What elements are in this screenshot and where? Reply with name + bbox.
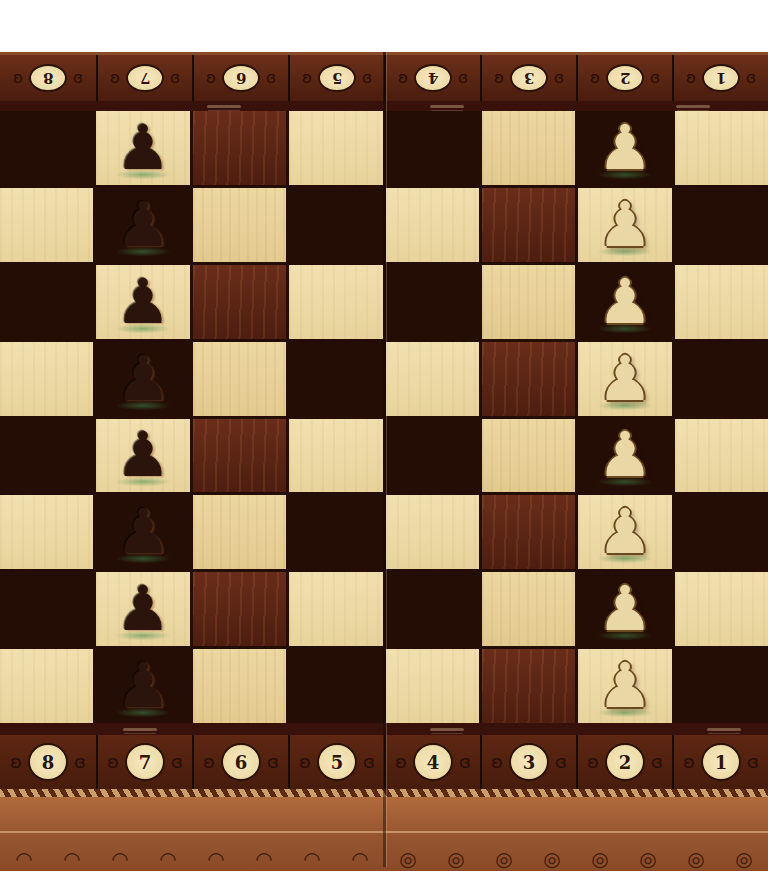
coordinate-digit: 3 (524, 69, 534, 87)
square-c4-r8[interactable] (289, 649, 382, 723)
square-c7-r6[interactable]: ♟ (578, 495, 671, 569)
square-c3-r2[interactable] (193, 188, 286, 262)
coordinate-label: 5 (317, 743, 357, 781)
square-c1-r2[interactable] (0, 188, 93, 262)
square-c1-r3[interactable] (0, 265, 93, 339)
white-pawn[interactable]: ♟ (578, 265, 671, 339)
coordinate-label: 5 (318, 64, 356, 92)
square-c4-r5[interactable] (289, 419, 382, 493)
curl-ornament-icon: ɞ (363, 753, 375, 771)
coordinate-label: 7 (126, 64, 164, 92)
black-pawn[interactable]: ♟ (96, 572, 189, 646)
curl-ornament-icon: ʚ (494, 71, 504, 86)
square-c6-r3[interactable] (482, 265, 575, 339)
square-c1-r8[interactable] (0, 649, 93, 723)
curl-ornament-icon: ɞ (267, 753, 279, 771)
curl-ornament-icon: ʚ (206, 71, 216, 86)
coordinate-label: 4 (413, 743, 453, 781)
square-c5-r2[interactable] (386, 188, 479, 262)
curl-ornament-icon: ʚ (395, 753, 407, 771)
square-c6-r8[interactable] (482, 649, 575, 723)
curl-ornament-icon: ɞ (170, 71, 180, 86)
coordinate-cell-2: ʚ2ɞ (576, 735, 672, 789)
coordinate-label: 4 (414, 64, 452, 92)
square-c2-r7[interactable]: ♟ (96, 572, 189, 646)
coordinate-cell-7: ʚ7ɞ (96, 735, 192, 789)
curl-ornament-icon: ɞ (459, 753, 471, 771)
curl-ornament-icon: ɞ (554, 71, 564, 86)
square-c5-r3[interactable] (386, 265, 479, 339)
black-pawn[interactable]: ♟ (96, 342, 189, 416)
square-c7-r4[interactable]: ♟ (578, 342, 671, 416)
square-c4-r6[interactable] (289, 495, 382, 569)
square-c2-r3[interactable]: ♟ (96, 265, 189, 339)
square-c2-r1[interactable]: ♟ (96, 111, 189, 185)
coordinate-cell-6: ʚ6ɞ (192, 55, 288, 101)
square-c1-r5[interactable] (0, 419, 93, 493)
square-c1-r4[interactable] (0, 342, 93, 416)
square-c4-r1[interactable] (289, 111, 382, 185)
coordinate-cell-8: ʚ8ɞ (0, 55, 96, 101)
curl-ornament-icon: ɞ (362, 71, 372, 86)
coordinate-label: 3 (509, 743, 549, 781)
square-c6-r5[interactable] (482, 419, 575, 493)
white-pawn[interactable]: ♟ (578, 419, 671, 493)
arc-ornament-icon: ◠ (15, 849, 32, 869)
coordinate-digit: 1 (716, 69, 726, 87)
square-c3-r6[interactable] (193, 495, 286, 569)
square-c8-r1[interactable] (675, 111, 768, 185)
coordinate-cell-1: ʚ1ɞ (672, 55, 768, 101)
coordinate-cell-6: ʚ6ɞ (192, 735, 288, 789)
curl-ornament-icon: ɞ (171, 753, 183, 771)
engraved-mark (430, 728, 464, 731)
square-c8-r3[interactable] (675, 265, 768, 339)
black-pawn[interactable]: ♟ (96, 111, 189, 185)
black-pawn[interactable]: ♟ (96, 265, 189, 339)
coordinate-cell-5: ʚ5ɞ (288, 735, 384, 789)
black-pawn[interactable]: ♟ (96, 419, 189, 493)
coordinate-digit: 6 (235, 752, 248, 773)
square-c7-r5[interactable]: ♟ (578, 419, 671, 493)
square-c2-r5[interactable]: ♟ (96, 419, 189, 493)
square-c7-r3[interactable]: ♟ (578, 265, 671, 339)
white-pawn[interactable]: ♟ (578, 649, 671, 723)
coordinate-label: 8 (28, 743, 68, 781)
coordinate-digit: 1 (715, 752, 728, 773)
arc-ornament-icon: ◠ (351, 849, 368, 869)
coordinate-label: 6 (221, 743, 261, 781)
engraved-mark (123, 728, 157, 731)
square-c6-r4[interactable] (482, 342, 575, 416)
square-c7-r7[interactable]: ♟ (578, 572, 671, 646)
spiral-ornament-icon: ◎ (543, 849, 560, 869)
square-c2-r2[interactable]: ♟ (96, 188, 189, 262)
engraved-mark (207, 105, 241, 108)
coordinate-label: 2 (605, 743, 645, 781)
coordinate-digit: 4 (428, 69, 438, 87)
coordinate-digit: 7 (140, 69, 150, 87)
coordinate-cell-2: ʚ2ɞ (576, 55, 672, 101)
square-c3-r8[interactable] (193, 649, 286, 723)
square-c3-r5[interactable] (193, 419, 286, 493)
square-c6-r6[interactable] (482, 495, 575, 569)
engraved-mark (430, 105, 464, 108)
engraved-mark (707, 728, 741, 731)
square-c6-r1[interactable] (482, 111, 575, 185)
curl-ornament-icon: ʚ (13, 71, 23, 86)
square-c4-r3[interactable] (289, 265, 382, 339)
coordinate-digit: 2 (619, 752, 632, 773)
arc-ornament-icon: ◠ (63, 849, 80, 869)
coordinate-cell-4: ʚ4ɞ (384, 735, 480, 789)
square-c7-r2[interactable]: ♟ (578, 188, 671, 262)
square-c7-r8[interactable]: ♟ (578, 649, 671, 723)
curl-ornament-icon: ʚ (299, 753, 311, 771)
square-c2-r4[interactable]: ♟ (96, 342, 189, 416)
white-pawn[interactable]: ♟ (578, 342, 671, 416)
spiral-ornament-icon: ◎ (399, 849, 416, 869)
background-top (0, 0, 768, 52)
square-c6-r2[interactable] (482, 188, 575, 262)
coordinate-cell-3: ʚ3ɞ (480, 735, 576, 789)
square-c5-r1[interactable] (386, 111, 479, 185)
spiral-ornament-icon: ◎ (495, 849, 512, 869)
fold-seam (383, 52, 386, 867)
square-c4-r7[interactable] (289, 572, 382, 646)
black-pawn[interactable]: ♟ (96, 495, 189, 569)
coordinate-cell-7: ʚ7ɞ (96, 55, 192, 101)
square-c1-r6[interactable] (0, 495, 93, 569)
spiral-ornament-icon: ◎ (687, 849, 704, 869)
curl-ornament-icon: ɞ (747, 753, 759, 771)
square-c5-r7[interactable] (386, 572, 479, 646)
spiral-ornament-icon: ◎ (735, 849, 752, 869)
arc-ornament-icon: ◠ (255, 849, 272, 869)
square-c4-r4[interactable] (289, 342, 382, 416)
square-c1-r7[interactable] (0, 572, 93, 646)
square-c8-r8[interactable] (675, 649, 768, 723)
arc-ornament-icon: ◠ (111, 849, 128, 869)
coordinate-cell-1: ʚ1ɞ (672, 735, 768, 789)
background-bottom (0, 871, 768, 879)
curl-ornament-icon: ɞ (746, 71, 756, 86)
curl-ornament-icon: ʚ (683, 753, 695, 771)
spiral-ornament-icon: ◎ (447, 849, 464, 869)
square-c1-r1[interactable] (0, 111, 93, 185)
curl-ornament-icon: ʚ (590, 71, 600, 86)
coordinate-digit: 6 (236, 69, 246, 87)
coordinate-label: 6 (222, 64, 260, 92)
black-pawn[interactable]: ♟ (96, 188, 189, 262)
square-c3-r1[interactable] (193, 111, 286, 185)
coordinate-label: 1 (702, 64, 740, 92)
coordinate-digit: 5 (331, 752, 344, 773)
square-c4-r2[interactable] (289, 188, 382, 262)
curl-ornament-icon: ʚ (203, 753, 215, 771)
curl-ornament-icon: ʚ (107, 753, 119, 771)
curl-ornament-icon: ʚ (302, 71, 312, 86)
curl-ornament-icon: ɞ (651, 753, 663, 771)
curl-ornament-icon: ɞ (266, 71, 276, 86)
coordinate-cell-5: ʚ5ɞ (288, 55, 384, 101)
white-pawn[interactable]: ♟ (578, 495, 671, 569)
curl-ornament-icon: ʚ (491, 753, 503, 771)
coordinate-digit: 5 (332, 69, 342, 87)
coordinate-cell-4: ʚ4ɞ (384, 55, 480, 101)
coordinate-cell-8: ʚ8ɞ (0, 735, 96, 789)
square-c2-r6[interactable]: ♟ (96, 495, 189, 569)
curl-ornament-icon: ɞ (458, 71, 468, 86)
square-c2-r8[interactable]: ♟ (96, 649, 189, 723)
square-c8-r6[interactable] (675, 495, 768, 569)
coordinate-label: 8 (29, 64, 67, 92)
square-c3-r7[interactable] (193, 572, 286, 646)
curl-ornament-icon: ʚ (10, 753, 22, 771)
curl-ornament-icon: ɞ (74, 753, 86, 771)
square-c8-r7[interactable] (675, 572, 768, 646)
square-c3-r4[interactable] (193, 342, 286, 416)
arc-ornament-icon: ◠ (207, 849, 224, 869)
curl-ornament-icon: ʚ (686, 71, 696, 86)
coordinate-digit: 7 (139, 752, 152, 773)
engraved-mark (676, 105, 710, 108)
curl-ornament-icon: ʚ (110, 71, 120, 86)
square-c6-r7[interactable] (482, 572, 575, 646)
coordinate-label: 3 (510, 64, 548, 92)
square-c7-r1[interactable]: ♟ (578, 111, 671, 185)
curl-ornament-icon: ɞ (555, 753, 567, 771)
square-c5-r6[interactable] (386, 495, 479, 569)
curl-ornament-icon: ɞ (73, 71, 83, 86)
white-pawn[interactable]: ♟ (578, 572, 671, 646)
square-c5-r8[interactable] (386, 649, 479, 723)
spiral-ornament-icon: ◎ (639, 849, 656, 869)
square-c3-r3[interactable] (193, 265, 286, 339)
coordinate-digit: 2 (620, 69, 630, 87)
coordinate-digit: 3 (523, 752, 536, 773)
curl-ornament-icon: ʚ (587, 753, 599, 771)
coordinate-label: 2 (606, 64, 644, 92)
square-c8-r4[interactable] (675, 342, 768, 416)
curl-ornament-icon: ʚ (398, 71, 408, 86)
coordinate-digit: 8 (42, 752, 55, 773)
square-c5-r5[interactable] (386, 419, 479, 493)
square-c5-r4[interactable] (386, 342, 479, 416)
square-c8-r2[interactable] (675, 188, 768, 262)
white-pawn[interactable]: ♟ (578, 111, 671, 185)
coordinate-digit: 8 (43, 69, 53, 87)
coordinate-label: 1 (701, 743, 741, 781)
white-pawn[interactable]: ♟ (578, 188, 671, 262)
coordinate-cell-3: ʚ3ɞ (480, 55, 576, 101)
spiral-ornament-icon: ◎ (591, 849, 608, 869)
arc-ornament-icon: ◠ (159, 849, 176, 869)
arc-ornament-icon: ◠ (303, 849, 320, 869)
black-pawn[interactable]: ♟ (96, 649, 189, 723)
coordinate-label: 7 (125, 743, 165, 781)
curl-ornament-icon: ɞ (650, 71, 660, 86)
chess-set-photo: ʚ8ɞʚ7ɞʚ6ɞʚ5ɞʚ4ɞʚ3ɞʚ2ɞʚ1ɞ ♟♟♟♟♟♟♟♟♟♟♟♟♟♟♟… (0, 0, 768, 879)
square-c8-r5[interactable] (675, 419, 768, 493)
coordinate-digit: 4 (427, 752, 440, 773)
